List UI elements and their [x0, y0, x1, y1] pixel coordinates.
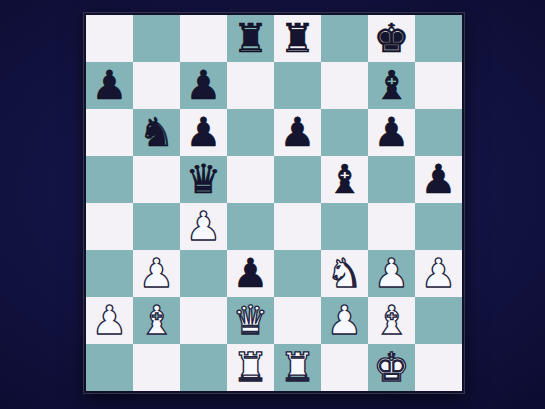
square-g5[interactable] [368, 156, 415, 203]
white-pawn[interactable]: ♟ [374, 253, 410, 293]
square-h6[interactable] [415, 109, 462, 156]
square-a3[interactable] [86, 250, 133, 297]
square-g8[interactable]: ♚ [368, 15, 415, 62]
black-pawn[interactable]: ♟ [186, 65, 222, 105]
square-c5[interactable]: ♛ [180, 156, 227, 203]
black-bishop[interactable]: ♝ [327, 159, 363, 199]
square-h5[interactable]: ♟ [415, 156, 462, 203]
black-rook[interactable]: ♜ [233, 18, 269, 58]
black-pawn[interactable]: ♟ [233, 253, 269, 293]
square-f5[interactable]: ♝ [321, 156, 368, 203]
square-f8[interactable] [321, 15, 368, 62]
square-a4[interactable] [86, 203, 133, 250]
square-g7[interactable]: ♝ [368, 62, 415, 109]
square-a7[interactable]: ♟ [86, 62, 133, 109]
square-d8[interactable]: ♜ [227, 15, 274, 62]
white-pawn[interactable]: ♟ [186, 206, 222, 246]
black-king[interactable]: ♚ [374, 18, 410, 58]
square-b7[interactable] [133, 62, 180, 109]
white-rook[interactable]: ♜ [233, 347, 269, 387]
black-pawn[interactable]: ♟ [421, 159, 457, 199]
white-pawn[interactable]: ♟ [327, 300, 363, 340]
square-e2[interactable] [274, 297, 321, 344]
square-d4[interactable] [227, 203, 274, 250]
black-rook[interactable]: ♜ [280, 18, 316, 58]
black-pawn[interactable]: ♟ [280, 112, 316, 152]
app-background: ♜♜♚♟♟♝♞♟♟♟♛♝♟♟♟♟♞♟♟♟♝♛♟♝♜♜♚ [0, 0, 545, 409]
square-b5[interactable] [133, 156, 180, 203]
square-g4[interactable] [368, 203, 415, 250]
square-e3[interactable] [274, 250, 321, 297]
black-pawn[interactable]: ♟ [186, 112, 222, 152]
white-pawn[interactable]: ♟ [139, 253, 175, 293]
black-queen[interactable]: ♛ [186, 159, 222, 199]
square-d5[interactable] [227, 156, 274, 203]
square-h2[interactable] [415, 297, 462, 344]
square-h7[interactable] [415, 62, 462, 109]
white-bishop[interactable]: ♝ [139, 300, 175, 340]
square-c6[interactable]: ♟ [180, 109, 227, 156]
square-b6[interactable]: ♞ [133, 109, 180, 156]
white-pawn[interactable]: ♟ [92, 300, 128, 340]
square-g6[interactable]: ♟ [368, 109, 415, 156]
black-pawn[interactable]: ♟ [92, 65, 128, 105]
square-e1[interactable]: ♜ [274, 344, 321, 391]
square-e7[interactable] [274, 62, 321, 109]
square-d7[interactable] [227, 62, 274, 109]
square-b8[interactable] [133, 15, 180, 62]
square-h1[interactable] [415, 344, 462, 391]
square-f7[interactable] [321, 62, 368, 109]
square-h8[interactable] [415, 15, 462, 62]
white-pawn[interactable]: ♟ [421, 253, 457, 293]
chess-board: ♜♜♚♟♟♝♞♟♟♟♛♝♟♟♟♟♞♟♟♟♝♛♟♝♜♜♚ [84, 13, 464, 393]
square-a8[interactable] [86, 15, 133, 62]
square-h4[interactable] [415, 203, 462, 250]
white-king[interactable]: ♚ [374, 347, 410, 387]
square-c4[interactable]: ♟ [180, 203, 227, 250]
square-e8[interactable]: ♜ [274, 15, 321, 62]
square-g2[interactable]: ♝ [368, 297, 415, 344]
square-a2[interactable]: ♟ [86, 297, 133, 344]
square-c3[interactable] [180, 250, 227, 297]
square-c8[interactable] [180, 15, 227, 62]
square-e6[interactable]: ♟ [274, 109, 321, 156]
square-b1[interactable] [133, 344, 180, 391]
square-d1[interactable]: ♜ [227, 344, 274, 391]
square-f1[interactable] [321, 344, 368, 391]
square-c2[interactable] [180, 297, 227, 344]
square-f3[interactable]: ♞ [321, 250, 368, 297]
square-d2[interactable]: ♛ [227, 297, 274, 344]
square-a1[interactable] [86, 344, 133, 391]
square-b3[interactable]: ♟ [133, 250, 180, 297]
square-g1[interactable]: ♚ [368, 344, 415, 391]
square-b4[interactable] [133, 203, 180, 250]
white-queen[interactable]: ♛ [233, 300, 269, 340]
square-f2[interactable]: ♟ [321, 297, 368, 344]
square-f6[interactable] [321, 109, 368, 156]
square-e4[interactable] [274, 203, 321, 250]
square-e5[interactable] [274, 156, 321, 203]
white-rook[interactable]: ♜ [280, 347, 316, 387]
square-h3[interactable]: ♟ [415, 250, 462, 297]
square-f4[interactable] [321, 203, 368, 250]
square-c1[interactable] [180, 344, 227, 391]
white-bishop[interactable]: ♝ [374, 300, 410, 340]
square-d6[interactable] [227, 109, 274, 156]
square-g3[interactable]: ♟ [368, 250, 415, 297]
square-a5[interactable] [86, 156, 133, 203]
black-bishop[interactable]: ♝ [374, 65, 410, 105]
black-knight[interactable]: ♞ [139, 112, 175, 152]
square-d3[interactable]: ♟ [227, 250, 274, 297]
black-pawn[interactable]: ♟ [374, 112, 410, 152]
square-b2[interactable]: ♝ [133, 297, 180, 344]
square-a6[interactable] [86, 109, 133, 156]
square-c7[interactable]: ♟ [180, 62, 227, 109]
white-knight[interactable]: ♞ [327, 253, 363, 293]
